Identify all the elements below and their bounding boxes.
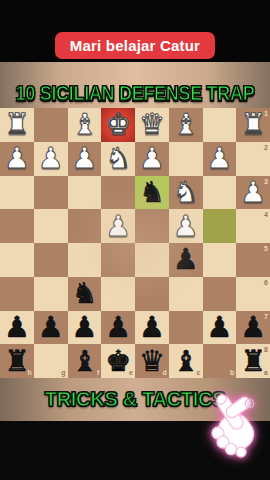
white-pawn-d2[interactable]: ♟ (139, 142, 165, 175)
square-g2[interactable]: ♟ (34, 142, 68, 176)
square-c7[interactable] (169, 311, 203, 345)
file-label-f: f (97, 369, 99, 376)
white-pawn-h2[interactable]: ♟ (4, 142, 30, 175)
square-b2[interactable]: ♟ (203, 142, 237, 176)
black-pawn-f7[interactable]: ♟ (71, 311, 97, 344)
square-d7[interactable]: ♟ (135, 311, 169, 345)
square-a8[interactable]: ♜8a (236, 344, 270, 378)
square-c3[interactable]: ♞ (169, 176, 203, 210)
white-bishop-c1[interactable]: ♝ (173, 108, 199, 141)
white-king-e1[interactable]: ♚ (105, 108, 131, 141)
black-pawn-h7[interactable]: ♟ (4, 311, 30, 344)
square-c1[interactable]: ♝ (169, 108, 203, 142)
square-d1[interactable]: ♛ (135, 108, 169, 142)
rank-label-2: 2 (264, 144, 268, 151)
file-label-h: h (27, 369, 31, 376)
square-d6[interactable] (135, 277, 169, 311)
video-frame: Mari belajar Catur 10 SICILIAN DEFENSE T… (0, 0, 270, 480)
rank-label-8: 8 (264, 346, 268, 353)
black-pawn-b7[interactable]: ♟ (206, 311, 232, 344)
square-e5[interactable] (101, 243, 135, 277)
square-b7[interactable]: ♟ (203, 311, 237, 345)
white-pawn-f2[interactable]: ♟ (71, 142, 97, 175)
square-f1[interactable]: ♝ (68, 108, 102, 142)
square-d3[interactable]: ♞ (135, 176, 169, 210)
file-label-d: d (162, 369, 166, 376)
square-h6[interactable] (0, 277, 34, 311)
square-d2[interactable]: ♟ (135, 142, 169, 176)
square-g1[interactable] (34, 108, 68, 142)
square-f6[interactable]: ♞ (68, 277, 102, 311)
square-d8[interactable]: ♛d (135, 344, 169, 378)
file-label-b: b (230, 369, 234, 376)
square-e2[interactable]: ♞ (101, 142, 135, 176)
square-e6[interactable] (101, 277, 135, 311)
square-f4[interactable] (68, 209, 102, 243)
black-queen-d8[interactable]: ♛ (139, 345, 165, 378)
square-h5[interactable] (0, 243, 34, 277)
square-e8[interactable]: ♚e (101, 344, 135, 378)
channel-banner: Mari belajar Catur (55, 32, 215, 59)
square-a7[interactable]: ♟7 (236, 311, 270, 345)
black-king-e8[interactable]: ♚ (105, 345, 131, 378)
black-bishop-c8[interactable]: ♝ (173, 345, 199, 378)
finger-heart-icon (205, 386, 268, 458)
square-g6[interactable] (34, 277, 68, 311)
video-title-top: 10 SICILIAN DEFENSE TRAP (16, 82, 255, 106)
rank-label-7: 7 (264, 313, 268, 320)
black-knight-d3[interactable]: ♞ (139, 176, 165, 209)
black-pawn-e7[interactable]: ♟ (105, 311, 131, 344)
black-knight-f6[interactable]: ♞ (71, 277, 97, 310)
square-h8[interactable]: ♜h (0, 344, 34, 378)
square-g7[interactable]: ♟ (34, 311, 68, 345)
white-pawn-b2[interactable]: ♟ (206, 142, 232, 175)
chess-board: ♜♝♚♛♝♜1♟♟♟♞♟♟2♞♞♟3♟♟4♟5♞6♟♟♟♟♟♟♟7♜hg♝f♚e… (0, 108, 270, 378)
square-c6[interactable] (169, 277, 203, 311)
square-f5[interactable] (68, 243, 102, 277)
square-e1[interactable]: ♚ (101, 108, 135, 142)
white-knight-c3[interactable]: ♞ (173, 176, 199, 209)
white-pawn-c4[interactable]: ♟ (173, 210, 199, 243)
white-queen-d1[interactable]: ♛ (139, 108, 165, 141)
square-f7[interactable]: ♟ (68, 311, 102, 345)
square-g5[interactable] (34, 243, 68, 277)
square-g4[interactable] (34, 209, 68, 243)
black-pawn-c5[interactable]: ♟ (173, 243, 199, 276)
rank-label-1: 1 (264, 110, 268, 117)
square-c4[interactable]: ♟ (169, 209, 203, 243)
white-pawn-g2[interactable]: ♟ (38, 142, 64, 175)
white-pawn-e4[interactable]: ♟ (105, 210, 131, 243)
square-b4[interactable] (203, 209, 237, 243)
square-b3[interactable] (203, 176, 237, 210)
square-h1[interactable]: ♜ (0, 108, 34, 142)
square-g3[interactable] (34, 176, 68, 210)
black-pawn-a7[interactable]: ♟ (240, 311, 266, 344)
square-b1[interactable] (203, 108, 237, 142)
square-c5[interactable]: ♟ (169, 243, 203, 277)
rank-label-6: 6 (264, 279, 268, 286)
square-f2[interactable]: ♟ (68, 142, 102, 176)
square-h4[interactable] (0, 209, 34, 243)
rank-label-4: 4 (264, 211, 268, 218)
square-a2[interactable]: 2 (236, 142, 270, 176)
square-g8[interactable]: g (34, 344, 68, 378)
square-b6[interactable] (203, 277, 237, 311)
square-a1[interactable]: ♜1 (236, 108, 270, 142)
square-a5[interactable]: 5 (236, 243, 270, 277)
file-label-e: e (129, 369, 133, 376)
white-rook-a1[interactable]: ♜ (240, 108, 266, 141)
rank-label-3: 3 (264, 178, 268, 185)
video-title-bottom: TRICKS & TACTICS (45, 388, 225, 411)
white-bishop-f1[interactable]: ♝ (71, 108, 97, 141)
square-d4[interactable] (135, 209, 169, 243)
square-e4[interactable]: ♟ (101, 209, 135, 243)
black-pawn-g7[interactable]: ♟ (38, 311, 64, 344)
black-bishop-f8[interactable]: ♝ (71, 345, 97, 378)
square-e7[interactable]: ♟ (101, 311, 135, 345)
square-b8[interactable]: b (203, 344, 237, 378)
black-rook-h8[interactable]: ♜ (4, 345, 30, 378)
file-label-a: a (264, 369, 268, 376)
square-h2[interactable]: ♟ (0, 142, 34, 176)
square-a3[interactable]: ♟3 (236, 176, 270, 210)
square-h3[interactable] (0, 176, 34, 210)
square-f3[interactable] (68, 176, 102, 210)
white-rook-h1[interactable]: ♜ (4, 108, 30, 141)
file-label-g: g (61, 369, 65, 376)
square-e3[interactable] (101, 176, 135, 210)
white-knight-e2[interactable]: ♞ (105, 142, 131, 175)
square-c2[interactable] (169, 142, 203, 176)
square-b5[interactable] (203, 243, 237, 277)
rank-label-5: 5 (264, 245, 268, 252)
background-band-top: 10 SICILIAN DEFENSE TRAP (0, 62, 270, 108)
file-label-c: c (197, 369, 201, 376)
square-c8[interactable]: ♝c (169, 344, 203, 378)
square-h7[interactable]: ♟ (0, 311, 34, 345)
square-a4[interactable]: 4 (236, 209, 270, 243)
top-black-bar: Mari belajar Catur (0, 0, 270, 62)
square-d5[interactable] (135, 243, 169, 277)
square-a6[interactable]: 6 (236, 277, 270, 311)
white-pawn-a3[interactable]: ♟ (240, 176, 266, 209)
square-f8[interactable]: ♝f (68, 344, 102, 378)
black-pawn-d7[interactable]: ♟ (139, 311, 165, 344)
black-rook-a8[interactable]: ♜ (240, 345, 266, 378)
